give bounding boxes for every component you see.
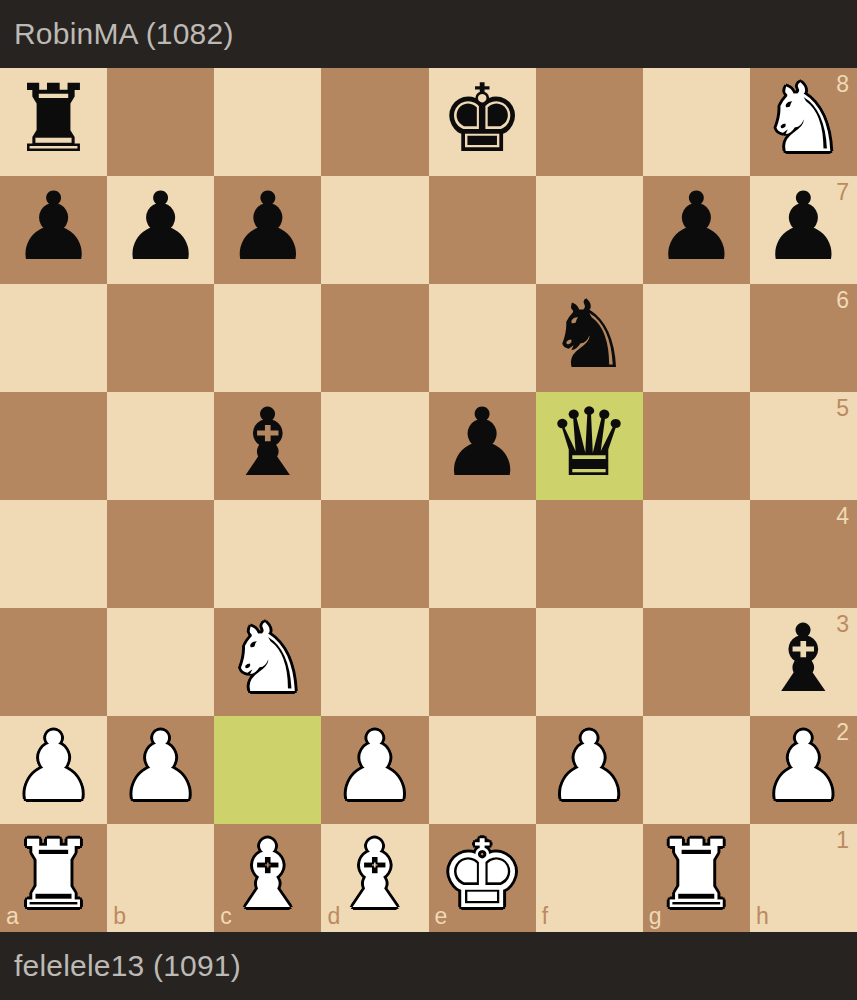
square-c4[interactable]: [214, 500, 321, 608]
rank-label-5: 5: [836, 397, 849, 420]
square-g5[interactable]: [643, 392, 750, 500]
chess-app: RobinMA (1082) ♜♚8♞♟♟♟♟7♟♞6♝♟♛54♞3♝♟♟♟♟2…: [0, 0, 857, 1000]
square-e6[interactable]: [429, 284, 536, 392]
white-pawn[interactable]: ♟: [11, 720, 95, 814]
square-e4[interactable]: [429, 500, 536, 608]
black-pawn[interactable]: ♟: [226, 180, 310, 274]
white-pawn[interactable]: ♟: [119, 720, 203, 814]
square-e2[interactable]: [429, 716, 536, 824]
black-bishop[interactable]: ♝: [761, 612, 845, 706]
white-rook[interactable]: ♜: [654, 828, 738, 922]
square-a5[interactable]: [0, 392, 107, 500]
black-queen[interactable]: ♛: [547, 396, 631, 490]
square-b6[interactable]: [107, 284, 214, 392]
square-h3[interactable]: 3♝: [750, 608, 857, 716]
square-e3[interactable]: [429, 608, 536, 716]
square-b8[interactable]: [107, 68, 214, 176]
file-label-h: h: [756, 905, 769, 928]
square-e5[interactable]: ♟: [429, 392, 536, 500]
square-h1[interactable]: h1: [750, 824, 857, 932]
rank-label-6: 6: [836, 289, 849, 312]
square-e1[interactable]: e♚: [429, 824, 536, 932]
square-b7[interactable]: ♟: [107, 176, 214, 284]
bottom-player-label: felelele13 (1091): [14, 949, 241, 983]
black-knight[interactable]: ♞: [547, 288, 631, 382]
square-c1[interactable]: c♝: [214, 824, 321, 932]
square-f1[interactable]: f: [536, 824, 643, 932]
square-g4[interactable]: [643, 500, 750, 608]
white-pawn[interactable]: ♟: [761, 720, 845, 814]
file-label-f: f: [542, 905, 548, 928]
square-g3[interactable]: [643, 608, 750, 716]
square-h5[interactable]: 5: [750, 392, 857, 500]
square-f2[interactable]: ♟: [536, 716, 643, 824]
square-g6[interactable]: [643, 284, 750, 392]
top-player-bar: RobinMA (1082): [0, 0, 857, 68]
square-f6[interactable]: ♞: [536, 284, 643, 392]
white-knight[interactable]: ♞: [226, 612, 310, 706]
square-d7[interactable]: [321, 176, 428, 284]
square-a6[interactable]: [0, 284, 107, 392]
black-pawn[interactable]: ♟: [440, 396, 524, 490]
square-c8[interactable]: [214, 68, 321, 176]
white-king[interactable]: ♚: [440, 828, 524, 922]
square-d8[interactable]: [321, 68, 428, 176]
square-e8[interactable]: ♚: [429, 68, 536, 176]
white-bishop[interactable]: ♝: [333, 828, 417, 922]
bottom-player-bar: felelele13 (1091): [0, 932, 857, 1000]
square-f5[interactable]: ♛: [536, 392, 643, 500]
square-a1[interactable]: a♜: [0, 824, 107, 932]
square-d5[interactable]: [321, 392, 428, 500]
square-b3[interactable]: [107, 608, 214, 716]
white-bishop[interactable]: ♝: [226, 828, 310, 922]
square-h2[interactable]: 2♟: [750, 716, 857, 824]
rank-label-4: 4: [836, 505, 849, 528]
square-a3[interactable]: [0, 608, 107, 716]
white-knight[interactable]: ♞: [761, 72, 845, 166]
black-pawn[interactable]: ♟: [761, 180, 845, 274]
black-pawn[interactable]: ♟: [654, 180, 738, 274]
square-a8[interactable]: ♜: [0, 68, 107, 176]
square-h6[interactable]: 6: [750, 284, 857, 392]
square-f8[interactable]: [536, 68, 643, 176]
square-c3[interactable]: ♞: [214, 608, 321, 716]
square-g1[interactable]: g♜: [643, 824, 750, 932]
square-d1[interactable]: d♝: [321, 824, 428, 932]
square-f7[interactable]: [536, 176, 643, 284]
black-rook[interactable]: ♜: [11, 72, 95, 166]
square-c7[interactable]: ♟: [214, 176, 321, 284]
black-king[interactable]: ♚: [440, 72, 524, 166]
square-b2[interactable]: ♟: [107, 716, 214, 824]
square-d6[interactable]: [321, 284, 428, 392]
square-h8[interactable]: 8♞: [750, 68, 857, 176]
rank-label-1: 1: [836, 829, 849, 852]
square-b5[interactable]: [107, 392, 214, 500]
square-h7[interactable]: 7♟: [750, 176, 857, 284]
square-d3[interactable]: [321, 608, 428, 716]
square-a7[interactable]: ♟: [0, 176, 107, 284]
white-rook[interactable]: ♜: [11, 828, 95, 922]
black-bishop[interactable]: ♝: [226, 396, 310, 490]
square-c2[interactable]: [214, 716, 321, 824]
square-c5[interactable]: ♝: [214, 392, 321, 500]
black-pawn[interactable]: ♟: [119, 180, 203, 274]
square-g8[interactable]: [643, 68, 750, 176]
square-h4[interactable]: 4: [750, 500, 857, 608]
black-pawn[interactable]: ♟: [11, 180, 95, 274]
top-player-label: RobinMA (1082): [14, 17, 234, 51]
square-b4[interactable]: [107, 500, 214, 608]
file-label-b: b: [113, 905, 126, 928]
square-c6[interactable]: [214, 284, 321, 392]
square-d4[interactable]: [321, 500, 428, 608]
chess-board: ♜♚8♞♟♟♟♟7♟♞6♝♟♛54♞3♝♟♟♟♟2♟a♜bc♝d♝e♚fg♜h1: [0, 68, 857, 932]
square-f3[interactable]: [536, 608, 643, 716]
square-f4[interactable]: [536, 500, 643, 608]
square-g2[interactable]: [643, 716, 750, 824]
white-pawn[interactable]: ♟: [333, 720, 417, 814]
square-b1[interactable]: b: [107, 824, 214, 932]
square-g7[interactable]: ♟: [643, 176, 750, 284]
square-a4[interactable]: [0, 500, 107, 608]
square-e7[interactable]: [429, 176, 536, 284]
square-d2[interactable]: ♟: [321, 716, 428, 824]
white-pawn[interactable]: ♟: [547, 720, 631, 814]
square-a2[interactable]: ♟: [0, 716, 107, 824]
